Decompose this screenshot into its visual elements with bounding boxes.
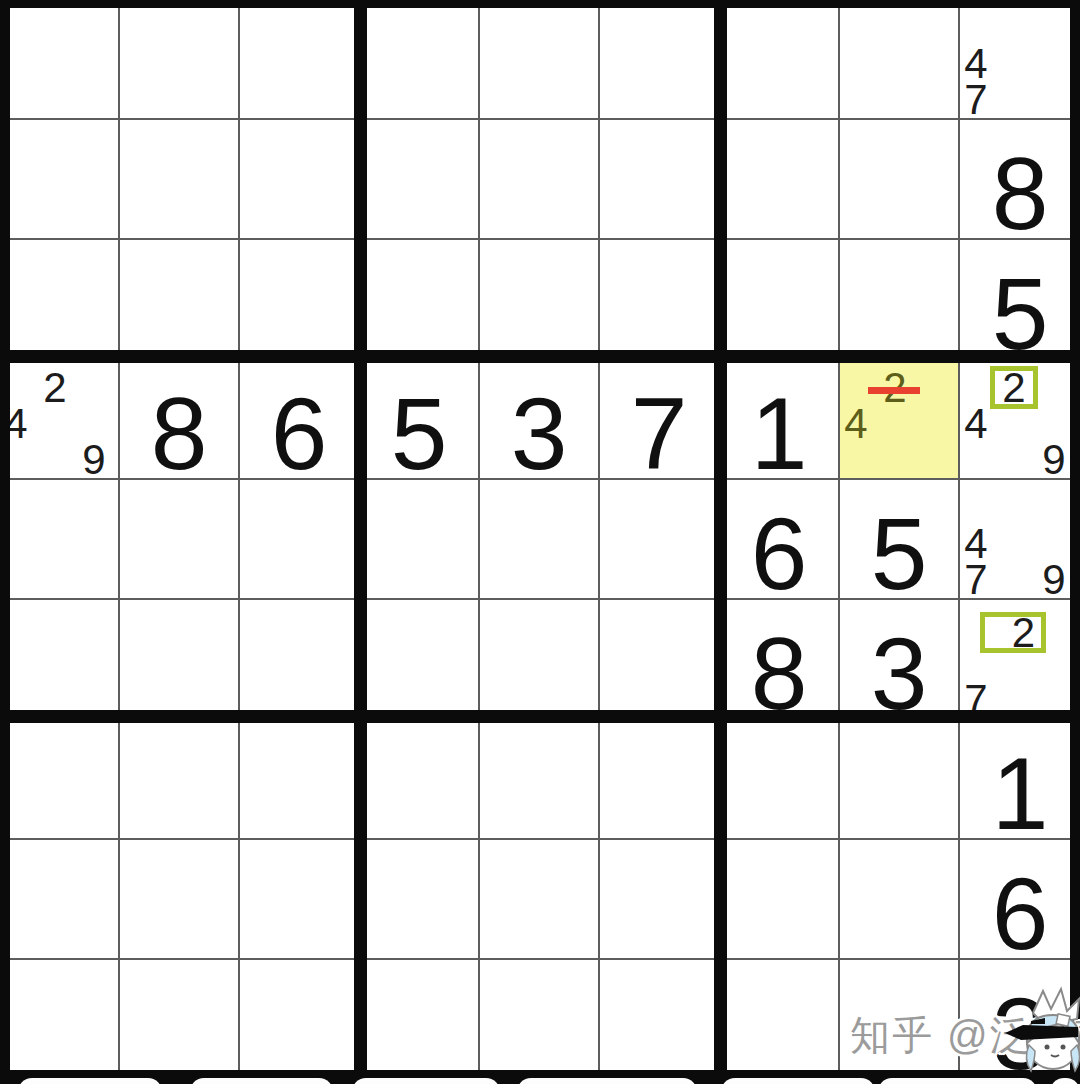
cell-r4c9[interactable]: 249 [960,360,1080,480]
cell-r2c9[interactable]: 8 [960,120,1080,240]
cell-r2c2[interactable] [120,120,240,240]
box-divider-vertical-1 [354,0,367,1078]
cell-r8c5[interactable] [480,840,600,960]
cell-r7c5[interactable] [480,720,600,840]
cell-r9c3[interactable] [240,960,360,1080]
cell-r4c6[interactable]: 7 [600,360,720,480]
cell-r9c7[interactable] [720,960,840,1080]
cell-r6c7[interactable]: 8 [720,600,840,720]
cell-r7c3[interactable] [240,720,360,840]
cell-r8c9[interactable]: 6 [960,840,1080,960]
cell-r1c3[interactable] [240,0,360,120]
cell-r2c5[interactable] [480,120,600,240]
cell-r8c4[interactable] [360,840,480,960]
cell-r2c8[interactable] [840,120,960,240]
sudoku-board: 478524986537124249654798327163 [0,0,1080,1080]
cell-r1c7[interactable] [720,0,840,120]
cell-r7c6[interactable] [600,720,720,840]
candidate-r4c8-2: 2 [875,368,915,408]
cell-r9c5[interactable] [480,960,600,1080]
cell-r3c5[interactable] [480,240,600,360]
cell-r6c2[interactable] [120,600,240,720]
cell-r1c1[interactable] [0,0,120,120]
cell-r6c5[interactable] [480,600,600,720]
cell-r1c4[interactable] [360,0,480,120]
cell-r8c2[interactable] [120,840,240,960]
cell-r7c8[interactable] [840,720,960,840]
candidate-r4c1-2: 2 [35,368,75,408]
cell-r3c1[interactable] [0,240,120,360]
candidate-r4c9-9: 9 [1034,440,1074,480]
digit-r8c9: 6 [960,854,1080,972]
cell-r5c6[interactable] [600,480,720,600]
cell-r1c9[interactable]: 47 [960,0,1080,120]
cell-r9c4[interactable] [360,960,480,1080]
cell-r7c1[interactable] [0,720,120,840]
cell-r9c6[interactable] [600,960,720,1080]
cell-r8c8[interactable] [840,840,960,960]
candidate-r4c8-4: 4 [836,404,876,444]
cell-r5c9[interactable]: 479 [960,480,1080,600]
cell-r8c6[interactable] [600,840,720,960]
cell-r8c3[interactable] [240,840,360,960]
cell-r4c5[interactable]: 3 [480,360,600,480]
candidate-r1c9-7: 7 [956,80,996,120]
cell-r9c2[interactable] [120,960,240,1080]
sudoku-app-screen: 478524986537124249654798327163 知乎 @泛秋声 [0,0,1080,1084]
candidate-r5c9-7: 7 [956,560,996,600]
cell-r5c2[interactable] [120,480,240,600]
cell-r4c2[interactable]: 8 [120,360,240,480]
box-divider-horizontal-2 [0,710,1080,723]
cell-r5c1[interactable] [0,480,120,600]
cell-r2c3[interactable] [240,120,360,240]
candidate-box-r4c9-2: 2 [990,366,1038,409]
cell-r2c6[interactable] [600,120,720,240]
cell-r5c3[interactable] [240,480,360,600]
digit-r2c9: 8 [960,134,1080,252]
cell-r6c6[interactable] [600,600,720,720]
cell-r3c4[interactable] [360,240,480,360]
digit-r4c6: 7 [600,374,718,492]
cell-r8c1[interactable] [0,840,120,960]
cell-r6c8[interactable]: 3 [840,600,960,720]
cell-r5c8[interactable]: 5 [840,480,960,600]
cell-r2c7[interactable] [720,120,840,240]
digit-r4c3: 6 [240,374,358,492]
cell-r3c8[interactable] [840,240,960,360]
cell-r3c3[interactable] [240,240,360,360]
cell-r6c9[interactable]: 27 [960,600,1080,720]
numpad-button-top-4[interactable] [517,1078,697,1084]
cell-r1c5[interactable] [480,0,600,120]
cell-r5c5[interactable] [480,480,600,600]
digit-r4c4: 5 [360,374,478,492]
cell-r1c2[interactable] [120,0,240,120]
cell-r7c7[interactable] [720,720,840,840]
cell-r7c2[interactable] [120,720,240,840]
cell-r3c2[interactable] [120,240,240,360]
cell-r7c4[interactable] [360,720,480,840]
board-border-right [1070,0,1080,1078]
digit-r5c7: 6 [720,494,838,612]
board-border-left [0,0,10,1078]
digit-r4c7: 1 [720,374,838,492]
digit-r4c2: 8 [120,374,238,492]
numpad-button-top-3[interactable] [352,1078,500,1084]
cell-r7c9[interactable]: 1 [960,720,1080,840]
candidate-r4c1-9: 9 [74,440,114,480]
candidate-r4c9-4: 4 [956,404,996,444]
watermark-mascot-icon [1005,985,1080,1084]
cell-r5c7[interactable]: 6 [720,480,840,600]
cell-r6c1[interactable] [0,600,120,720]
cell-r4c8[interactable]: 24 [840,360,960,480]
cell-r4c4[interactable]: 5 [360,360,480,480]
cell-r9c1[interactable] [0,960,120,1080]
candidate-strike-r4c8-2 [868,387,920,394]
candidate-box-r6c9-2: 2 [980,612,1046,653]
cell-r3c9[interactable]: 5 [960,240,1080,360]
cell-r3c7[interactable] [720,240,840,360]
numpad-button-top-5[interactable] [721,1078,875,1084]
cell-r3c6[interactable] [600,240,720,360]
cell-r4c1[interactable]: 249 [0,360,120,480]
box-divider-vertical-2 [714,0,727,1078]
board-border-top [0,0,1080,8]
cell-r1c6[interactable] [600,0,720,120]
numpad-button-top-2[interactable] [190,1078,333,1084]
digit-r7c9: 1 [960,734,1080,852]
digit-r4c5: 3 [480,374,598,492]
cell-r2c4[interactable] [360,120,480,240]
cell-r6c3[interactable] [240,600,360,720]
candidate-r5c9-9: 9 [1034,560,1074,600]
cell-r1c8[interactable] [840,0,960,120]
cell-r4c3[interactable]: 6 [240,360,360,480]
cell-r8c7[interactable] [720,840,840,960]
cell-r2c1[interactable] [0,120,120,240]
box-divider-horizontal-1 [0,350,1080,363]
cell-r4c7[interactable]: 1 [720,360,840,480]
cell-r5c4[interactable] [360,480,480,600]
numpad-row-partial [0,1070,1080,1084]
cell-r6c4[interactable] [360,600,480,720]
numpad-button-top-1[interactable] [18,1078,162,1084]
digit-r5c8: 5 [840,494,958,612]
